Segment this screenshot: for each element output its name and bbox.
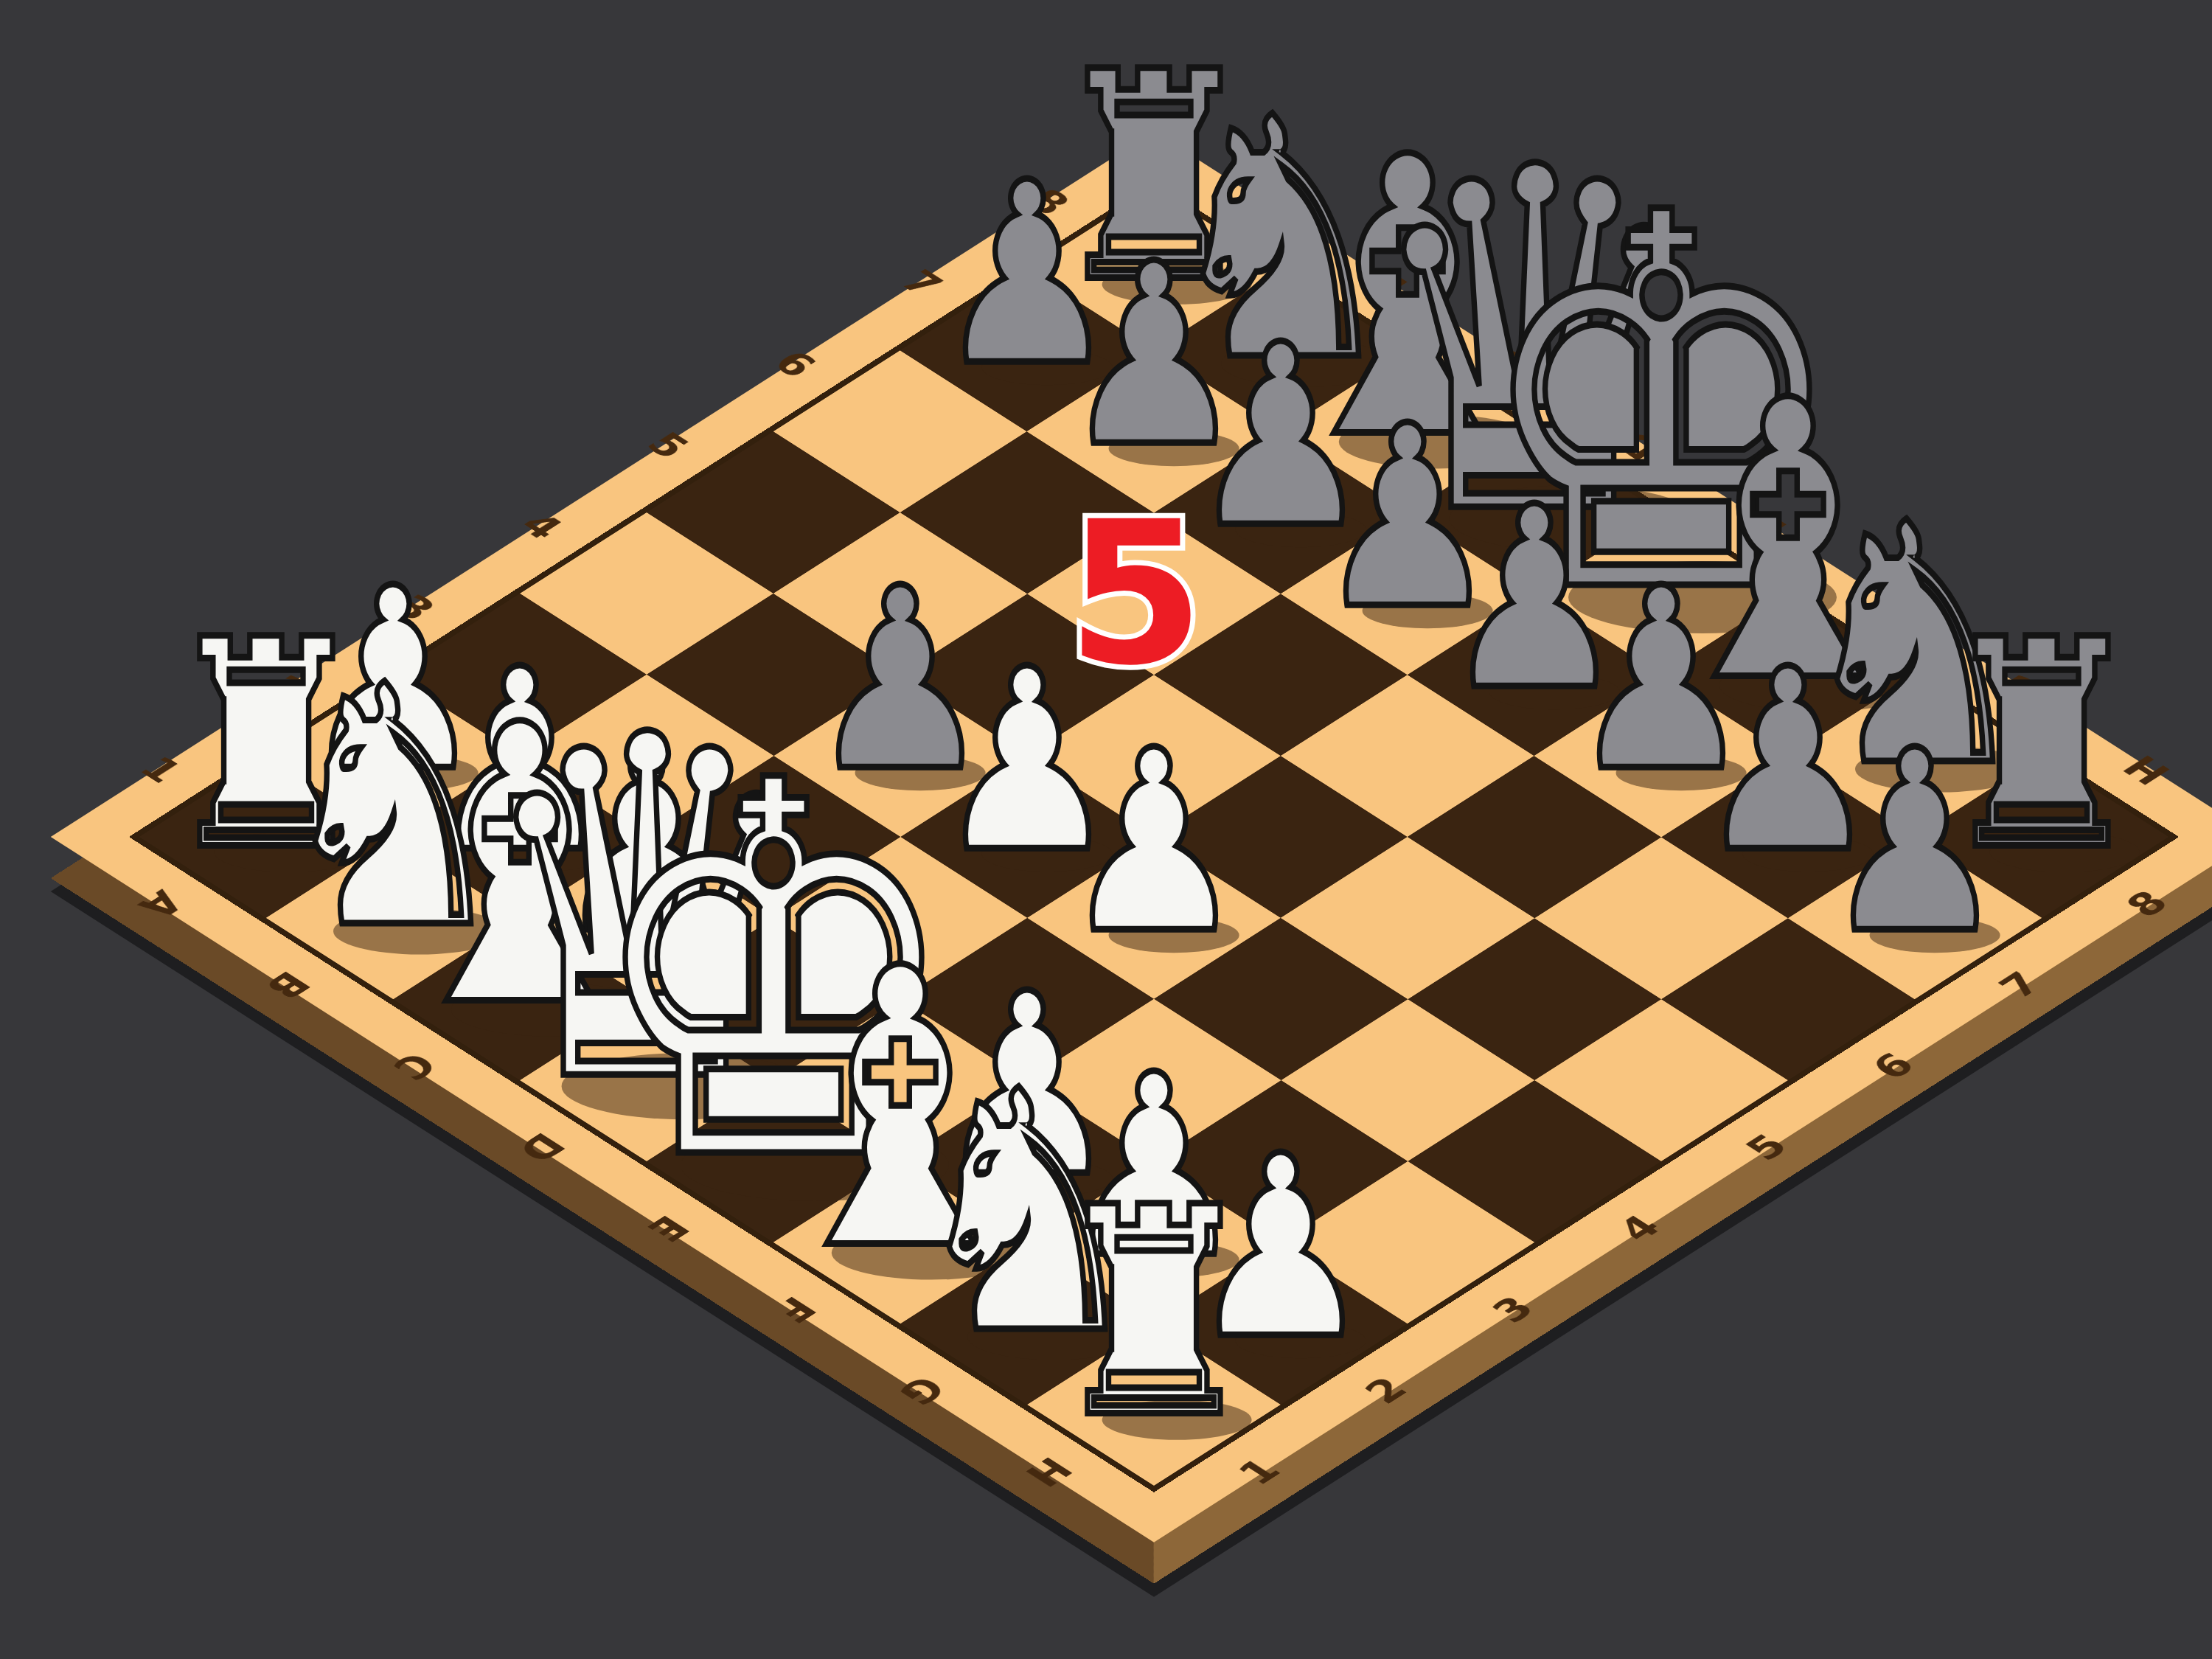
white-rook-h1-icon: ♜ [1048, 1169, 1260, 1457]
chess-illustration: 12345678ABCDEFGHABCDEFGH12345678 ♜♞♝♛♚♝♞… [0, 0, 2212, 1659]
black-pawn-h7-icon: ♟ [1823, 717, 2007, 967]
white-pawn-e4-icon: ♟ [1062, 717, 1246, 967]
